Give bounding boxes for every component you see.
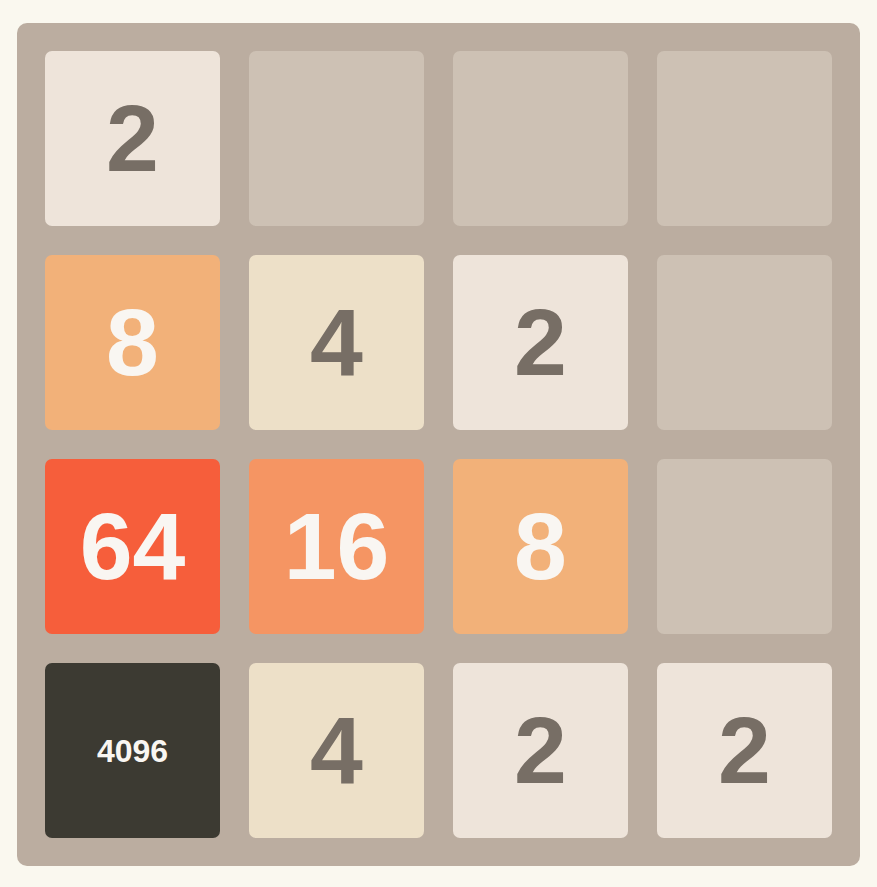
page-background: { "game": "2048", "position": { "notatio…	[0, 0, 877, 887]
tile-4: 4	[249, 663, 424, 838]
tile-16: 16	[249, 459, 424, 634]
tile-4: 4	[249, 255, 424, 430]
empty-cell-r1c3	[453, 51, 628, 226]
tile-8: 8	[45, 255, 220, 430]
empty-cell-r1c2	[249, 51, 424, 226]
empty-cell-r1c4	[657, 51, 832, 226]
tile-64: 64	[45, 459, 220, 634]
board-2048[interactable]: 2842641684096422	[17, 23, 860, 866]
tile-2: 2	[453, 663, 628, 838]
empty-cell-r3c4	[657, 459, 832, 634]
tile-2: 2	[45, 51, 220, 226]
empty-cell-r2c4	[657, 255, 832, 430]
tile-2: 2	[657, 663, 832, 838]
tile-2: 2	[453, 255, 628, 430]
tile-4096: 4096	[45, 663, 220, 838]
tile-8: 8	[453, 459, 628, 634]
